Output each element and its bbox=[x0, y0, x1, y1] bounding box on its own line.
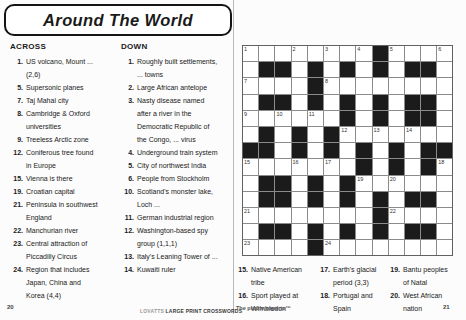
grid-cell[interactable] bbox=[275, 46, 290, 61]
grid-cell[interactable] bbox=[292, 176, 307, 191]
grid-cell-black bbox=[373, 192, 388, 207]
grid-cell-black bbox=[243, 143, 258, 158]
clue-number: 10. bbox=[117, 185, 137, 211]
grid-cell[interactable] bbox=[292, 192, 307, 207]
grid-cell[interactable] bbox=[275, 143, 290, 158]
cell-number: 2 bbox=[293, 46, 296, 53]
clue-number: 3. bbox=[117, 94, 137, 146]
across-clue-5: 5.Supersonic planes bbox=[6, 81, 100, 94]
cell-number: 4 bbox=[357, 46, 360, 53]
grid-cell-black bbox=[308, 192, 323, 207]
grid-cell[interactable]: 12 bbox=[340, 127, 355, 142]
clue-text: Supersonic planes bbox=[26, 81, 100, 94]
grid-cell-black bbox=[324, 143, 339, 158]
grid-cell[interactable] bbox=[389, 95, 404, 110]
clue-text: Italy's Leaning Tower of ... bbox=[137, 250, 219, 263]
grid-cell[interactable] bbox=[437, 224, 452, 239]
cell-number: 10 bbox=[276, 111, 282, 118]
puzzle-title-box: Around The World bbox=[4, 4, 232, 36]
clue-text: Large African antelope bbox=[137, 81, 219, 94]
clue-text: Coniferous tree found in Europe bbox=[26, 146, 100, 172]
grid-cell-black bbox=[292, 127, 307, 142]
cell-number: 6 bbox=[438, 46, 441, 53]
grid-cell[interactable]: 24 bbox=[324, 240, 339, 255]
grid-cell[interactable] bbox=[437, 127, 452, 142]
clue-number: 19. bbox=[6, 185, 26, 198]
grid-cell[interactable] bbox=[259, 159, 274, 174]
clue-text: Sport played at Wimbledon bbox=[251, 289, 303, 315]
down-clue-19: 19.Bantu peoples of Natal bbox=[386, 263, 462, 289]
grid-cell[interactable] bbox=[292, 62, 307, 77]
clue-number: 15. bbox=[234, 263, 251, 289]
grid-cell-black bbox=[373, 224, 388, 239]
across-header: ACROSS bbox=[10, 42, 46, 51]
grid-cell[interactable]: 2 bbox=[292, 46, 307, 61]
grid-cell[interactable] bbox=[324, 95, 339, 110]
brand-name: LOVATTS bbox=[140, 308, 164, 314]
down-clue-15: 15.Native American tribe bbox=[234, 263, 306, 289]
grid-cell[interactable] bbox=[324, 208, 339, 223]
grid-cell[interactable] bbox=[356, 127, 371, 142]
grid-cell[interactable] bbox=[243, 224, 258, 239]
grid-cell[interactable]: 14 bbox=[405, 127, 420, 142]
cell-number: 24 bbox=[325, 240, 331, 247]
grid-cell[interactable] bbox=[243, 95, 258, 110]
grid-cell[interactable] bbox=[389, 127, 404, 142]
down-header: DOWN bbox=[121, 42, 148, 51]
cell-number: 5 bbox=[390, 46, 393, 53]
grid-cell-black bbox=[340, 62, 355, 77]
grid-cell-black bbox=[340, 224, 355, 239]
grid-cell[interactable] bbox=[324, 224, 339, 239]
grid-cell[interactable] bbox=[275, 159, 290, 174]
brand-footer: LOVATTS LARGE PRINT CROSSWORDS bbox=[140, 308, 242, 314]
clue-text: Native American tribe bbox=[251, 263, 303, 289]
grid-cell[interactable] bbox=[421, 176, 436, 191]
grid-cell[interactable] bbox=[389, 111, 404, 126]
grid-cell[interactable] bbox=[405, 176, 420, 191]
cell-number: 22 bbox=[390, 208, 396, 215]
across-clue-15: 15.Vienna is there bbox=[6, 172, 100, 185]
grid-cell[interactable] bbox=[308, 46, 323, 61]
cell-number: 1 bbox=[244, 46, 247, 53]
cell-number: 3 bbox=[325, 46, 328, 53]
grid-cell[interactable] bbox=[259, 208, 274, 223]
across-clue-23: 23.Central attraction of Piccadilly Circ… bbox=[6, 237, 100, 263]
clue-number: 24. bbox=[6, 263, 26, 302]
across-clue-24: 24.Region that includes Japan, China and… bbox=[6, 263, 100, 302]
down-clue-14: 14.Kuwaiti ruler bbox=[117, 263, 219, 276]
grid-cell[interactable] bbox=[437, 240, 452, 255]
cell-number: 23 bbox=[244, 240, 250, 247]
grid-cell-black bbox=[308, 78, 323, 93]
grid-cell-black bbox=[275, 224, 290, 239]
grid-cell[interactable]: 23 bbox=[243, 240, 258, 255]
grid-cell-black bbox=[259, 62, 274, 77]
grid-cell[interactable] bbox=[373, 240, 388, 255]
clue-text: People from Stockholm bbox=[137, 172, 219, 185]
grid-cell[interactable] bbox=[437, 95, 452, 110]
clue-number: 15. bbox=[6, 172, 26, 185]
brand-series: LARGE PRINT CROSSWORDS bbox=[166, 308, 243, 314]
grid-cell[interactable]: 9 bbox=[243, 111, 258, 126]
grid-cell-black bbox=[421, 224, 436, 239]
clue-text: Peninsula in southwest England bbox=[26, 198, 100, 224]
grid-cell[interactable] bbox=[389, 78, 404, 93]
clue-number: 2. bbox=[117, 81, 137, 94]
down-clue-3: 3.Nasty disease named after a river in t… bbox=[117, 94, 219, 146]
cell-number: 21 bbox=[244, 208, 250, 215]
puzzle-title: Around The World bbox=[43, 11, 193, 30]
crossword-grid: 123456789101112131415161718192021222324 bbox=[242, 45, 453, 256]
across-clue-8: 8.Cambridge & Oxford universities bbox=[6, 107, 100, 133]
grid-cell[interactable]: 13 bbox=[373, 127, 388, 142]
clue-text: US volcano, Mount ... (2,6) bbox=[26, 55, 100, 81]
grid-cell[interactable]: 22 bbox=[389, 208, 404, 223]
down-clue-4: 4.Underground train system bbox=[117, 146, 219, 159]
clue-text: West African nation bbox=[403, 289, 455, 315]
grid-cell[interactable]: 10 bbox=[275, 111, 290, 126]
grid-cell[interactable] bbox=[405, 143, 420, 158]
clue-text: Earth's glacial period (3,3) bbox=[333, 263, 385, 289]
grid-cell[interactable] bbox=[437, 208, 452, 223]
grid-cell[interactable] bbox=[243, 192, 258, 207]
grid-cell[interactable] bbox=[292, 240, 307, 255]
grid-cell[interactable] bbox=[437, 78, 452, 93]
across-clue-21: 21.Peninsula in southwest England bbox=[6, 198, 100, 224]
grid-cell[interactable] bbox=[308, 208, 323, 223]
clue-text: Croatian capital bbox=[26, 185, 100, 198]
cell-number: 13 bbox=[374, 127, 380, 134]
clue-number: 20. bbox=[386, 289, 403, 315]
grid-cell[interactable] bbox=[437, 62, 452, 77]
across-clue-19: 19.Croatian capital bbox=[6, 185, 100, 198]
grid-cell[interactable] bbox=[308, 127, 323, 142]
down-clue-10: 10.Scotland's monster lake, Loch ... bbox=[117, 185, 219, 211]
grid-cell[interactable]: 18 bbox=[437, 159, 452, 174]
clue-number: 1. bbox=[117, 55, 137, 81]
across-clue-12: 12.Coniferous tree found in Europe bbox=[6, 146, 100, 172]
grid-cell[interactable] bbox=[340, 208, 355, 223]
clue-text: Washington-based spy group (1,1,1) bbox=[137, 224, 219, 250]
grid-cell[interactable]: 6 bbox=[437, 46, 452, 61]
cell-number: 14 bbox=[406, 127, 412, 134]
down-clue-20: 20.West African nation bbox=[386, 289, 462, 315]
grid-cell-black bbox=[340, 95, 355, 110]
bottom-down-clues-col3: 19.Bantu peoples of Natal20.West African… bbox=[386, 263, 462, 315]
grid-cell-black bbox=[259, 192, 274, 207]
crossword-page: Around The World ACROSS DOWN 1.US volcan… bbox=[0, 0, 466, 320]
grid-cell-black bbox=[405, 95, 420, 110]
cell-number: 18 bbox=[438, 159, 444, 166]
grid-cell[interactable] bbox=[405, 78, 420, 93]
grid-cell[interactable]: 4 bbox=[356, 46, 371, 61]
grid-cell[interactable] bbox=[259, 111, 274, 126]
grid-cell[interactable] bbox=[340, 78, 355, 93]
grid-cell[interactable] bbox=[259, 240, 274, 255]
clue-number: 12. bbox=[117, 224, 137, 250]
grid-cell-black bbox=[405, 224, 420, 239]
grid-cell-black bbox=[292, 143, 307, 158]
clue-number: 14. bbox=[117, 263, 137, 276]
grid-cell[interactable] bbox=[340, 240, 355, 255]
clue-number: 5. bbox=[117, 159, 137, 172]
grid-cell-black bbox=[373, 62, 388, 77]
grid-cell-black bbox=[340, 192, 355, 207]
grid-cell-black bbox=[275, 95, 290, 110]
grid-cell[interactable] bbox=[324, 176, 339, 191]
clue-number: 5. bbox=[6, 81, 26, 94]
grid-cell[interactable] bbox=[292, 208, 307, 223]
bottom-down-clues-col2: 17.Earth's glacial period (3,3)18.Portug… bbox=[316, 263, 388, 315]
grid-cell-black bbox=[389, 143, 404, 158]
grid-cell-black bbox=[405, 111, 420, 126]
grid-cell-black bbox=[340, 111, 355, 126]
grid-cell-black bbox=[405, 192, 420, 207]
grid-cell[interactable]: 5 bbox=[389, 46, 404, 61]
down-clue-12: 12.Washington-based spy group (1,1,1) bbox=[117, 224, 219, 250]
grid-cell[interactable]: 11 bbox=[308, 111, 323, 126]
across-clue-9: 9.Treeless Arctic zone bbox=[6, 133, 100, 146]
down-clue-5: 5.City of northwest India bbox=[117, 159, 219, 172]
grid-cell-black bbox=[275, 192, 290, 207]
clue-text: Taj Mahal city bbox=[26, 94, 100, 107]
clue-text: Cambridge & Oxford universities bbox=[26, 107, 100, 133]
grid-cell[interactable] bbox=[437, 176, 452, 191]
grid-cell[interactable] bbox=[275, 127, 290, 142]
grid-cell[interactable] bbox=[421, 78, 436, 93]
grid-cell[interactable]: 19 bbox=[356, 176, 371, 191]
grid-cell[interactable] bbox=[356, 208, 371, 223]
grid-cell-black bbox=[373, 95, 388, 110]
grid-cell[interactable] bbox=[324, 62, 339, 77]
down-clue-6: 6.People from Stockholm bbox=[117, 172, 219, 185]
grid-cell[interactable] bbox=[356, 224, 371, 239]
clue-text: Central attraction of Piccadilly Circus bbox=[26, 237, 100, 263]
clue-number: 7. bbox=[6, 94, 26, 107]
grid-cell[interactable]: 20 bbox=[389, 176, 404, 191]
grid-cell[interactable] bbox=[292, 224, 307, 239]
cell-number: 20 bbox=[390, 176, 396, 183]
grid-cell-black bbox=[421, 95, 436, 110]
clue-number: 13. bbox=[117, 250, 137, 263]
grid-cell[interactable] bbox=[275, 78, 290, 93]
clue-number: 21. bbox=[6, 198, 26, 224]
clue-number: 1. bbox=[6, 55, 26, 81]
grid-cell[interactable]: 21 bbox=[243, 208, 258, 223]
grid-cell[interactable] bbox=[308, 143, 323, 158]
grid-cell[interactable] bbox=[389, 192, 404, 207]
grid-cell-black bbox=[259, 176, 274, 191]
grid-cell[interactable] bbox=[292, 95, 307, 110]
grid-cell[interactable] bbox=[243, 127, 258, 142]
down-clue-11: 11.German industrial region bbox=[117, 211, 219, 224]
clue-text: Roughly built settlements, ... towns bbox=[137, 55, 219, 81]
clue-text: City of northwest India bbox=[137, 159, 219, 172]
grid-cell-black bbox=[275, 62, 290, 77]
grid-cell-black bbox=[308, 62, 323, 77]
grid-cell[interactable] bbox=[405, 159, 420, 174]
grid-cell-black bbox=[389, 159, 404, 174]
clue-text: Region that includes Japan, China and Ko… bbox=[26, 263, 100, 302]
grid-cell-black bbox=[421, 159, 436, 174]
grid-cell-black bbox=[308, 240, 323, 255]
brand-tagline: The puzzle experts™ bbox=[236, 305, 291, 311]
cell-number: 19 bbox=[357, 176, 363, 183]
grid-cell[interactable] bbox=[340, 46, 355, 61]
cell-number: 12 bbox=[341, 127, 347, 134]
down-clue-16: 16.Sport played at Wimbledon bbox=[234, 289, 306, 315]
grid-cell[interactable] bbox=[275, 240, 290, 255]
grid-cell[interactable] bbox=[373, 143, 388, 158]
grid-cell[interactable] bbox=[324, 192, 339, 207]
grid-cell-black bbox=[340, 176, 355, 191]
down-clue-13: 13.Italy's Leaning Tower of ... bbox=[117, 250, 219, 263]
grid-cell[interactable] bbox=[340, 143, 355, 158]
grid-cell[interactable] bbox=[356, 240, 371, 255]
clue-text: Treeless Arctic zone bbox=[26, 133, 100, 146]
clue-number: 8. bbox=[6, 107, 26, 133]
across-clue-1: 1.US volcano, Mount ... (2,6) bbox=[6, 55, 100, 81]
grid-cell-black bbox=[259, 224, 274, 239]
grid-cell[interactable] bbox=[389, 224, 404, 239]
clue-text: Portugal and Spain bbox=[333, 289, 385, 315]
grid-cell[interactable] bbox=[356, 192, 371, 207]
cell-number: 7 bbox=[244, 78, 247, 85]
across-clue-7: 7.Taj Mahal city bbox=[6, 94, 100, 107]
cell-number: 15 bbox=[244, 159, 250, 166]
left-page-number: 20 bbox=[7, 304, 14, 310]
clue-text: Manchurian river bbox=[26, 224, 100, 237]
grid-cell[interactable] bbox=[292, 111, 307, 126]
grid-cell[interactable]: 16 bbox=[292, 159, 307, 174]
grid-cell[interactable] bbox=[356, 111, 371, 126]
right-page-number: 21 bbox=[443, 304, 450, 310]
grid-cell[interactable] bbox=[356, 62, 371, 77]
grid-cell[interactable] bbox=[421, 240, 436, 255]
grid-cell[interactable]: 15 bbox=[243, 159, 258, 174]
grid-cell-black bbox=[308, 176, 323, 191]
grid-cell-black bbox=[421, 62, 436, 77]
grid-cell-black bbox=[324, 127, 339, 142]
grid-cell[interactable] bbox=[243, 176, 258, 191]
grid-cell[interactable] bbox=[389, 240, 404, 255]
grid-cell-black bbox=[308, 95, 323, 110]
grid-cell-black bbox=[421, 192, 436, 207]
grid-cell[interactable] bbox=[373, 78, 388, 93]
grid-cell[interactable] bbox=[405, 240, 420, 255]
clue-number: 22. bbox=[6, 224, 26, 237]
clue-number: 12. bbox=[6, 146, 26, 172]
clue-number: 18. bbox=[316, 289, 333, 315]
grid-cell[interactable] bbox=[292, 78, 307, 93]
grid-cell[interactable]: 7 bbox=[243, 78, 258, 93]
clue-number: 9. bbox=[6, 133, 26, 146]
grid-cell-black bbox=[373, 111, 388, 126]
cell-number: 16 bbox=[293, 159, 299, 166]
clue-number: 4. bbox=[117, 146, 137, 159]
grid-cell[interactable] bbox=[259, 46, 274, 61]
grid-cell[interactable] bbox=[356, 78, 371, 93]
grid-cell[interactable]: 8 bbox=[324, 78, 339, 93]
grid-cell-black bbox=[356, 143, 371, 158]
down-clue-1: 1.Roughly built settlements, ... towns bbox=[117, 55, 219, 81]
clue-text: Scotland's monster lake, Loch ... bbox=[137, 185, 219, 211]
clue-number: 23. bbox=[6, 237, 26, 263]
cell-number: 9 bbox=[244, 111, 247, 118]
grid-cell[interactable]: 3 bbox=[324, 46, 339, 61]
grid-cell-black bbox=[405, 62, 420, 77]
clue-number: 19. bbox=[386, 263, 403, 289]
clue-number: 11. bbox=[117, 211, 137, 224]
clue-text: Kuwaiti ruler bbox=[137, 263, 219, 276]
grid-cell-black bbox=[259, 127, 274, 142]
grid-cell-black bbox=[373, 46, 388, 61]
grid-cell-black bbox=[259, 143, 274, 158]
grid-cell[interactable] bbox=[356, 95, 371, 110]
grid-cell[interactable]: 1 bbox=[243, 46, 258, 61]
grid-cell[interactable] bbox=[275, 208, 290, 223]
grid-cell[interactable]: 17 bbox=[324, 159, 339, 174]
grid-cell-black bbox=[308, 224, 323, 239]
grid-cell-black bbox=[437, 143, 452, 158]
clue-text: Vienna is there bbox=[26, 172, 100, 185]
grid-cell[interactable] bbox=[405, 208, 420, 223]
down-clue-17: 17.Earth's glacial period (3,3) bbox=[316, 263, 388, 289]
grid-cell[interactable] bbox=[437, 192, 452, 207]
grid-cell[interactable] bbox=[421, 46, 436, 61]
clue-text: Bantu peoples of Natal bbox=[403, 263, 455, 289]
grid-cell-black bbox=[421, 111, 436, 126]
grid-cell[interactable] bbox=[437, 111, 452, 126]
down-clue-18: 18.Portugal and Spain bbox=[316, 289, 388, 315]
grid-cell-black bbox=[373, 208, 388, 223]
grid-cell-black bbox=[356, 159, 371, 174]
down-clue-2: 2.Large African antelope bbox=[117, 81, 219, 94]
across-clue-list: 1.US volcano, Mount ... (2,6)5.Supersoni… bbox=[6, 55, 100, 302]
down-clue-list: 1.Roughly built settlements, ... towns2.… bbox=[117, 55, 219, 276]
grid-cell[interactable] bbox=[421, 208, 436, 223]
clue-number: 17. bbox=[316, 263, 333, 289]
clue-text: Nasty disease named after a river in the… bbox=[137, 94, 219, 146]
grid-cell[interactable] bbox=[405, 46, 420, 61]
grid-cell[interactable] bbox=[243, 62, 258, 77]
cell-number: 17 bbox=[325, 159, 331, 166]
grid-cell[interactable] bbox=[421, 127, 436, 142]
grid-cell-black bbox=[421, 143, 436, 158]
grid-cell[interactable] bbox=[373, 176, 388, 191]
grid-cell[interactable] bbox=[308, 159, 323, 174]
grid-cell[interactable] bbox=[340, 159, 355, 174]
cell-number: 11 bbox=[309, 111, 315, 118]
grid-cell[interactable] bbox=[373, 159, 388, 174]
grid-cell[interactable] bbox=[259, 78, 274, 93]
clue-text: German industrial region bbox=[137, 211, 219, 224]
grid-cell[interactable] bbox=[324, 111, 339, 126]
clue-text: Underground train system bbox=[137, 146, 219, 159]
cell-number: 8 bbox=[325, 78, 328, 85]
grid-cell-black bbox=[275, 176, 290, 191]
clue-number: 6. bbox=[117, 172, 137, 185]
grid-cell[interactable] bbox=[389, 62, 404, 77]
grid-cell-black bbox=[259, 95, 274, 110]
across-clue-22: 22.Manchurian river bbox=[6, 224, 100, 237]
